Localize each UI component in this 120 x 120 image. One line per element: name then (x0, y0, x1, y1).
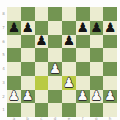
file-label-g: g (90, 117, 104, 120)
square-h2[interactable]: ♟ (103, 90, 117, 104)
square-d8[interactable] (48, 7, 62, 21)
square-f7[interactable]: ♟ (76, 21, 90, 35)
square-d4[interactable]: ♟ (48, 62, 62, 76)
file-label-d: d (48, 117, 62, 120)
square-g5[interactable] (90, 48, 104, 62)
square-a4[interactable] (7, 62, 21, 76)
square-f5[interactable] (76, 48, 90, 62)
square-a6[interactable] (7, 35, 21, 49)
square-e6[interactable]: ♟ (62, 35, 76, 49)
file-label-f: f (76, 117, 90, 120)
square-g3[interactable] (90, 76, 104, 90)
square-e2[interactable] (62, 90, 76, 104)
square-g8[interactable] (90, 7, 104, 21)
black-pawn[interactable]: ♟ (77, 21, 89, 34)
square-e1[interactable] (62, 103, 76, 117)
square-f6[interactable] (76, 35, 90, 49)
file-labels: abcdefgh (7, 117, 117, 120)
square-g1[interactable] (90, 103, 104, 117)
square-e3[interactable]: ♟ (62, 76, 76, 90)
file-label-b: b (21, 117, 35, 120)
square-d1[interactable] (48, 103, 62, 117)
black-pawn[interactable]: ♟ (8, 21, 20, 34)
square-g6[interactable] (90, 35, 104, 49)
chess-board: ♟♟♟♟♟♟♟♟♟♟♟♟♟♟ (7, 7, 117, 117)
square-f3[interactable] (76, 76, 90, 90)
square-f8[interactable] (76, 7, 90, 21)
square-e7[interactable] (62, 21, 76, 35)
rank-label-5: 5 (0, 48, 7, 62)
rank-label-3: 3 (0, 76, 7, 90)
square-d3[interactable] (48, 76, 62, 90)
square-g7[interactable]: ♟ (90, 21, 104, 35)
black-pawn[interactable]: ♟ (91, 21, 103, 34)
square-b1[interactable] (21, 103, 35, 117)
square-h3[interactable] (103, 76, 117, 90)
square-h4[interactable] (103, 62, 117, 76)
square-a7[interactable]: ♟ (7, 21, 21, 35)
square-c7[interactable] (35, 21, 49, 35)
square-a1[interactable] (7, 103, 21, 117)
square-g2[interactable]: ♟ (90, 90, 104, 104)
black-pawn[interactable]: ♟ (63, 35, 75, 48)
square-b7[interactable]: ♟ (21, 21, 35, 35)
square-b6[interactable] (21, 35, 35, 49)
file-label-e: e (62, 117, 76, 120)
square-b4[interactable] (21, 62, 35, 76)
square-b8[interactable] (21, 7, 35, 21)
chessboard-app: 87654321 ♟♟♟♟♟♟♟♟♟♟♟♟♟♟ abcdefgh (0, 0, 120, 120)
square-g4[interactable] (90, 62, 104, 76)
square-c1[interactable] (35, 103, 49, 117)
square-h1[interactable] (103, 103, 117, 117)
file-label-c: c (35, 117, 49, 120)
square-b3[interactable] (21, 76, 35, 90)
square-f4[interactable] (76, 62, 90, 76)
white-pawn[interactable]: ♟ (49, 62, 61, 75)
white-pawn[interactable]: ♟ (77, 90, 89, 103)
square-c6[interactable]: ♟ (35, 35, 49, 49)
square-a2[interactable]: ♟ (7, 90, 21, 104)
square-f1[interactable] (76, 103, 90, 117)
black-pawn[interactable]: ♟ (22, 21, 34, 34)
square-a3[interactable] (7, 76, 21, 90)
square-a5[interactable] (7, 48, 21, 62)
rank-label-1: 1 (0, 103, 7, 117)
square-c5[interactable] (35, 48, 49, 62)
square-d5[interactable] (48, 48, 62, 62)
square-h5[interactable] (103, 48, 117, 62)
black-pawn[interactable]: ♟ (36, 35, 48, 48)
square-d2[interactable] (48, 90, 62, 104)
rank-label-8: 8 (0, 7, 7, 21)
square-b2[interactable]: ♟ (21, 90, 35, 104)
rank-label-4: 4 (0, 62, 7, 76)
square-d7[interactable] (48, 21, 62, 35)
square-h6[interactable] (103, 35, 117, 49)
black-pawn[interactable]: ♟ (104, 21, 116, 34)
square-c4[interactable] (35, 62, 49, 76)
square-e8[interactable] (62, 7, 76, 21)
rank-label-2: 2 (0, 90, 7, 104)
white-pawn[interactable]: ♟ (104, 90, 116, 103)
square-d6[interactable] (48, 35, 62, 49)
square-e5[interactable] (62, 48, 76, 62)
square-a8[interactable] (7, 7, 21, 21)
square-c3[interactable] (35, 76, 49, 90)
square-e4[interactable] (62, 62, 76, 76)
white-pawn[interactable]: ♟ (91, 90, 103, 103)
rank-label-6: 6 (0, 35, 7, 49)
square-h7[interactable]: ♟ (103, 21, 117, 35)
white-pawn[interactable]: ♟ (63, 76, 75, 89)
square-c8[interactable] (35, 7, 49, 21)
rank-labels: 87654321 (0, 7, 7, 117)
square-b5[interactable] (21, 48, 35, 62)
file-label-h: h (103, 117, 117, 120)
square-c2[interactable] (35, 90, 49, 104)
white-pawn[interactable]: ♟ (22, 90, 34, 103)
white-pawn[interactable]: ♟ (8, 90, 20, 103)
square-h8[interactable] (103, 7, 117, 21)
square-f2[interactable]: ♟ (76, 90, 90, 104)
rank-label-7: 7 (0, 21, 7, 35)
file-label-a: a (7, 117, 21, 120)
